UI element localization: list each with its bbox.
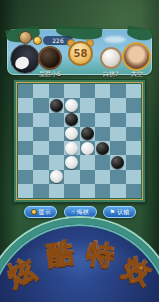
cell-6-2[interactable] [110,113,125,127]
cat-avatar-image [14,56,30,71]
bottom-toolbar: 提示 ☝ 悔棋 ⚑ 认输 [24,206,136,218]
cell-0-6[interactable] [18,170,33,184]
cell-4-4[interactable] [80,141,95,155]
cell-2-1[interactable] [49,98,64,112]
cell-1-3[interactable] [33,127,48,141]
cell-1-5[interactable] [33,155,48,169]
right-player-name: 白棋7 [96,70,126,79]
cell-5-5[interactable] [95,155,110,169]
cell-1-6[interactable] [33,170,48,184]
cell-0-4[interactable] [18,141,33,155]
cell-6-5[interactable] [110,155,125,169]
left-player-name: 星胜小6 [30,70,70,79]
undo-button-label: 悔棋 [77,207,89,217]
cell-3-2[interactable] [64,113,79,127]
black-stone[interactable] [65,113,78,126]
right-player-avatar[interactable] [122,42,151,71]
menu-icon[interactable] [19,31,32,44]
banner-char: 特 [85,235,117,274]
cell-6-4[interactable] [110,141,125,155]
hand-pointer-icon: ☝ [71,209,75,215]
cell-7-1[interactable] [126,98,141,112]
white-stone[interactable] [50,170,63,183]
cell-4-7[interactable] [80,184,95,198]
white-stone[interactable] [65,142,78,155]
cell-4-5[interactable] [80,155,95,169]
cell-5-3[interactable] [95,127,110,141]
cloud-decoration [104,36,126,43]
cell-5-4[interactable] [95,141,110,155]
cell-4-2[interactable] [80,113,95,127]
cell-4-3[interactable] [80,127,95,141]
cell-3-5[interactable] [64,155,79,169]
cell-3-3[interactable] [64,127,79,141]
header-panel: 226 星胜小6 58 白棋7 大空 [7,29,152,75]
cell-1-1[interactable] [33,98,48,112]
timer-value: 58 [74,48,88,59]
cell-1-4[interactable] [33,141,48,155]
cell-3-1[interactable] [64,98,79,112]
cell-6-6[interactable] [110,170,125,184]
coin-icon [31,209,37,215]
resign-button[interactable]: ⚑ 认输 [103,206,136,218]
cell-5-0[interactable] [95,84,110,98]
cell-0-0[interactable] [18,84,33,98]
cell-0-1[interactable] [18,98,33,112]
white-stone[interactable] [65,156,78,169]
cell-2-4[interactable] [49,141,64,155]
cell-6-1[interactable] [110,98,125,112]
resign-button-label: 认输 [117,207,129,217]
flag-icon: ⚑ [110,209,115,215]
cell-0-3[interactable] [18,127,33,141]
right-avatar-label: 大空 [126,70,148,79]
banner-char: 酷 [45,234,77,273]
cell-7-3[interactable] [126,127,141,141]
hint-button-label: 提示 [39,207,51,217]
black-stone[interactable] [111,156,124,169]
black-stone[interactable] [81,127,94,140]
turn-timer-clock-icon: 58 [68,41,93,66]
palm-leaf-decoration [126,26,154,42]
cell-1-2[interactable] [33,113,48,127]
cell-7-6[interactable] [126,170,141,184]
cell-7-5[interactable] [126,155,141,169]
cell-3-0[interactable] [64,84,79,98]
cell-7-0[interactable] [126,84,141,98]
cell-5-2[interactable] [95,113,110,127]
cell-6-3[interactable] [110,127,125,141]
cell-2-5[interactable] [49,155,64,169]
black-stone[interactable] [50,99,63,112]
board-frame [13,79,146,203]
cell-3-6[interactable] [64,170,79,184]
cell-4-1[interactable] [80,98,95,112]
cell-6-7[interactable] [110,184,125,198]
white-stone[interactable] [81,142,94,155]
cell-4-0[interactable] [80,84,95,98]
cell-6-0[interactable] [110,84,125,98]
white-stone[interactable] [65,99,78,112]
black-piece-badge [38,46,62,70]
cell-1-7[interactable] [33,184,48,198]
hint-button[interactable]: 提示 [24,206,57,218]
cell-3-7[interactable] [64,184,79,198]
coin-icon [33,36,42,45]
cell-7-4[interactable] [126,141,141,155]
cell-0-2[interactable] [18,113,33,127]
cell-5-6[interactable] [95,170,110,184]
cell-1-0[interactable] [33,84,48,98]
cell-2-0[interactable] [49,84,64,98]
cell-7-2[interactable] [126,113,141,127]
cell-2-7[interactable] [49,184,64,198]
cell-0-7[interactable] [18,184,33,198]
cell-5-7[interactable] [95,184,110,198]
cell-5-1[interactable] [95,98,110,112]
cell-2-3[interactable] [49,127,64,141]
black-stone[interactable] [96,142,109,155]
cell-7-7[interactable] [126,184,141,198]
undo-button[interactable]: ☝ 悔棋 [64,206,97,218]
board-grid [18,84,141,198]
cell-3-4[interactable] [64,141,79,155]
cell-2-6[interactable] [49,170,64,184]
white-piece-badge [100,47,122,69]
cell-0-5[interactable] [18,155,33,169]
cell-4-6[interactable] [80,170,95,184]
cell-2-2[interactable] [49,113,64,127]
game-screen: 226 星胜小6 58 白棋7 大空 提示 ☝ 悔棋 ⚑ 认输 [0,0,159,302]
white-stone[interactable] [65,127,78,140]
